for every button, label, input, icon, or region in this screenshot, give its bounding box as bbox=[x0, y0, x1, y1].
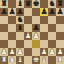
square-h7[interactable]: ♟ bbox=[56, 8, 64, 16]
black-bishop: ♝ bbox=[17, 24, 24, 32]
white-pawn: ♟ bbox=[49, 48, 56, 56]
square-d8[interactable]: ♛ bbox=[24, 0, 32, 8]
square-e6[interactable] bbox=[32, 16, 40, 24]
white-rook: ♜ bbox=[1, 56, 8, 64]
square-h3[interactable] bbox=[56, 40, 64, 48]
square-e2[interactable] bbox=[32, 48, 40, 56]
black-pawn: ♟ bbox=[9, 8, 16, 16]
square-e4[interactable]: ♟ bbox=[32, 32, 40, 40]
square-h2[interactable]: ♟ bbox=[56, 48, 64, 56]
square-f8[interactable] bbox=[40, 0, 48, 8]
black-knight: ♞ bbox=[17, 16, 24, 24]
black-pawn: ♟ bbox=[49, 8, 56, 16]
black-pawn: ♟ bbox=[33, 24, 40, 32]
square-h1[interactable]: ♜ bbox=[56, 56, 64, 64]
square-d6[interactable] bbox=[24, 16, 32, 24]
square-h6[interactable] bbox=[56, 16, 64, 24]
white-pawn: ♟ bbox=[9, 48, 16, 56]
square-a2[interactable]: ♟ bbox=[0, 48, 8, 56]
white-rook: ♜ bbox=[57, 56, 64, 64]
square-c5[interactable]: ♝ bbox=[16, 24, 24, 32]
square-h4[interactable] bbox=[56, 32, 64, 40]
white-king: ♚ bbox=[33, 56, 40, 64]
square-e1[interactable]: ♚ bbox=[32, 56, 40, 64]
white-pawn: ♟ bbox=[1, 48, 8, 56]
square-f6[interactable] bbox=[40, 16, 48, 24]
black-pawn: ♟ bbox=[57, 8, 64, 16]
square-a7[interactable]: ♟ bbox=[0, 8, 8, 16]
white-pawn: ♟ bbox=[41, 48, 48, 56]
square-b5[interactable] bbox=[8, 24, 16, 32]
square-f7[interactable]: ♟ bbox=[40, 8, 48, 16]
black-pawn: ♟ bbox=[1, 8, 8, 16]
white-pawn: ♟ bbox=[17, 48, 24, 56]
square-b7[interactable]: ♟ bbox=[8, 8, 16, 16]
black-bishop: ♝ bbox=[17, 0, 24, 8]
square-f2[interactable]: ♟ bbox=[40, 48, 48, 56]
black-rook: ♜ bbox=[1, 0, 8, 8]
square-c6[interactable]: ♞ bbox=[16, 16, 24, 24]
square-f4[interactable] bbox=[40, 32, 48, 40]
square-a1[interactable]: ♜ bbox=[0, 56, 8, 64]
square-d5[interactable] bbox=[24, 24, 32, 32]
black-pawn: ♟ bbox=[41, 8, 48, 16]
white-pawn: ♟ bbox=[33, 32, 40, 40]
square-c1[interactable]: ♝ bbox=[16, 56, 24, 64]
white-bishop: ♝ bbox=[41, 56, 48, 64]
square-a6[interactable] bbox=[0, 16, 8, 24]
black-queen: ♛ bbox=[25, 0, 32, 8]
black-knight: ♞ bbox=[49, 0, 56, 8]
square-g7[interactable]: ♟ bbox=[48, 8, 56, 16]
square-d4[interactable]: ♟ bbox=[24, 32, 32, 40]
chess-board: ♜♝♛♚♞♜♟♟♟♟♟♟♞♝♟♟♟♟♟♟♟♟♟♜♞♝♚♝♜ bbox=[0, 0, 64, 64]
square-d1[interactable] bbox=[24, 56, 32, 64]
square-e7[interactable] bbox=[32, 8, 40, 16]
square-d7[interactable] bbox=[24, 8, 32, 16]
square-a8[interactable]: ♜ bbox=[0, 0, 8, 8]
square-c8[interactable]: ♝ bbox=[16, 0, 24, 8]
square-b1[interactable]: ♞ bbox=[8, 56, 16, 64]
square-a5[interactable] bbox=[0, 24, 8, 32]
square-b8[interactable] bbox=[8, 0, 16, 8]
square-a3[interactable] bbox=[0, 40, 8, 48]
white-knight: ♞ bbox=[9, 56, 16, 64]
black-pawn: ♟ bbox=[17, 8, 24, 16]
square-e8[interactable]: ♚ bbox=[32, 0, 40, 8]
square-b6[interactable] bbox=[8, 16, 16, 24]
square-c7[interactable]: ♟ bbox=[16, 8, 24, 16]
square-a4[interactable] bbox=[0, 32, 8, 40]
square-b4[interactable] bbox=[8, 32, 16, 40]
white-pawn: ♟ bbox=[57, 48, 64, 56]
square-f3[interactable] bbox=[40, 40, 48, 48]
square-g3[interactable] bbox=[48, 40, 56, 48]
square-f5[interactable] bbox=[40, 24, 48, 32]
square-h5[interactable] bbox=[56, 24, 64, 32]
square-c4[interactable] bbox=[16, 32, 24, 40]
black-king: ♚ bbox=[33, 0, 40, 8]
white-pawn: ♟ bbox=[25, 32, 32, 40]
square-c2[interactable]: ♟ bbox=[16, 48, 24, 56]
square-d2[interactable] bbox=[24, 48, 32, 56]
square-c3[interactable] bbox=[16, 40, 24, 48]
square-b3[interactable] bbox=[8, 40, 16, 48]
square-b2[interactable]: ♟ bbox=[8, 48, 16, 56]
square-d3[interactable] bbox=[24, 40, 32, 48]
square-g6[interactable] bbox=[48, 16, 56, 24]
square-e5[interactable]: ♟ bbox=[32, 24, 40, 32]
square-g2[interactable]: ♟ bbox=[48, 48, 56, 56]
square-g1[interactable] bbox=[48, 56, 56, 64]
square-g8[interactable]: ♞ bbox=[48, 0, 56, 8]
square-h8[interactable]: ♜ bbox=[56, 0, 64, 8]
white-bishop: ♝ bbox=[17, 56, 24, 64]
black-rook: ♜ bbox=[57, 0, 64, 8]
square-e3[interactable] bbox=[32, 40, 40, 48]
square-g4[interactable] bbox=[48, 32, 56, 40]
square-g5[interactable] bbox=[48, 24, 56, 32]
square-f1[interactable]: ♝ bbox=[40, 56, 48, 64]
